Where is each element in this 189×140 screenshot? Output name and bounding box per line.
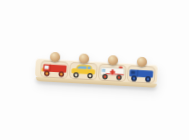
- product-photo-scene: [0, 0, 189, 140]
- wooden-knob: [137, 56, 148, 67]
- puzzle-piece-yellow-car: [69, 59, 97, 79]
- puzzle-board: [35, 58, 158, 84]
- puzzle-piece-fire-truck: [40, 58, 68, 78]
- ambulance-graphic: [98, 63, 125, 80]
- wooden-knob: [49, 51, 60, 62]
- fire-truck-graphic: [40, 60, 67, 77]
- puzzle-piece-ambulance: [98, 61, 126, 81]
- wooden-knob: [79, 52, 90, 63]
- puzzle-piece-blue-truck: [127, 63, 155, 83]
- wooden-knob: [107, 54, 118, 65]
- blue-truck-graphic: [128, 65, 155, 82]
- yellow-car-graphic: [70, 61, 97, 78]
